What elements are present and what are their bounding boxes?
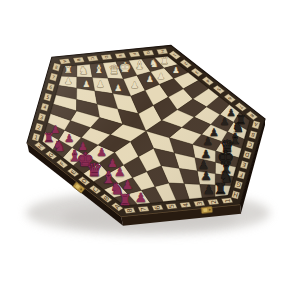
piece-white-bishop[interactable]: ♝ [134,59,144,72]
piece-white-bishop[interactable]: ♝ [94,62,104,76]
piece-red-rook[interactable]: ♜ [118,191,131,209]
plaque-label: D [104,55,109,58]
plaque-label: 7 [139,207,147,212]
piece-black-pawn[interactable]: ♟ [201,169,212,183]
piece-white-king[interactable]: ♚ [119,59,131,75]
piece-black-rook[interactable]: ♜ [214,180,227,197]
piece-red-knight[interactable]: ♞ [53,138,66,154]
piece-white-pawn[interactable]: ♟ [83,79,91,89]
clasp-right [201,206,213,213]
piece-white-pawn[interactable]: ♟ [146,74,154,84]
product-photo: ABCDEFGH12345678ABCDEFGH12345678ABCDEFGH… [0,0,285,285]
piece-white-rook[interactable]: ♜ [160,55,168,66]
plaque-label: 4 [182,203,189,208]
plaque-label: 3 [196,201,203,206]
piece-white-pawn[interactable]: ♟ [131,80,139,90]
piece-black-pawn[interactable]: ♟ [220,116,229,127]
plaque-label: 1 [224,198,231,203]
plaque-label: 2 [210,200,217,205]
plaque-label: 5 [167,204,175,209]
plaque-label: 6 [153,205,161,210]
piece-red-pawn[interactable]: ♟ [135,190,146,205]
plaque-label: G [146,51,151,54]
piece-white-knight[interactable]: ♞ [149,57,158,69]
piece-white-rook[interactable]: ♜ [64,64,73,75]
piece-black-pawn[interactable]: ♟ [203,135,213,148]
piece-black-pawn[interactable]: ♟ [203,183,214,197]
piece-white-pawn[interactable]: ♟ [157,71,165,81]
piece-white-pawn[interactable]: ♟ [172,65,179,75]
piece-red-pawn[interactable]: ♟ [64,132,73,144]
piece-red-pawn[interactable]: ♟ [97,146,107,159]
plaque-label: 8 [126,208,134,213]
three-player-chess-board: ABCDEFGH12345678ABCDEFGH12345678ABCDEFGH… [0,0,285,285]
piece-white-knight[interactable]: ♞ [79,64,89,76]
piece-white-queen[interactable]: ♛ [109,62,120,77]
piece-white-pawn[interactable]: ♟ [114,83,122,93]
piece-white-pawn[interactable]: ♟ [96,79,104,89]
piece-white-pawn[interactable]: ♟ [65,76,73,86]
